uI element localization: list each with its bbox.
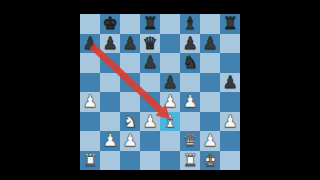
square-c3[interactable]: ♞ <box>120 112 140 132</box>
square-b4[interactable] <box>100 92 120 112</box>
black_pawn-d6: ♟ <box>140 53 160 73</box>
black_knight-f6: ♞ <box>180 53 200 73</box>
white_pawn-h3: ♟ <box>220 112 240 132</box>
black_queen-d7: ♛ <box>140 34 160 54</box>
square-c7[interactable]: ♟ <box>120 34 140 54</box>
square-h3[interactable]: ♟ <box>220 112 240 132</box>
white_rook-f1: ♜ <box>180 151 200 171</box>
square-e1[interactable] <box>160 151 180 171</box>
square-a2[interactable] <box>80 131 100 151</box>
square-g3[interactable] <box>200 112 220 132</box>
square-h6[interactable] <box>220 53 240 73</box>
black_pawn-e5: ♟ <box>160 73 180 93</box>
square-e6[interactable] <box>160 53 180 73</box>
square-e4[interactable]: ♟ <box>160 92 180 112</box>
square-a4[interactable]: ♟ <box>80 92 100 112</box>
square-e2[interactable] <box>160 131 180 151</box>
square-a7[interactable]: ♟ <box>80 34 100 54</box>
square-e5[interactable]: ♟ <box>160 73 180 93</box>
black_king-b8: ♚ <box>100 14 120 34</box>
square-d5[interactable] <box>140 73 160 93</box>
chess-board[interactable]: ♚♜♝♜♟♟♟♛♟♟♟♞♟♟♟♟♟♞♟♝♟♟♟♛♟♜♜♚ <box>80 14 240 170</box>
white_pawn-b2: ♟ <box>100 131 120 151</box>
square-b1[interactable] <box>100 151 120 171</box>
square-h7[interactable] <box>220 34 240 54</box>
white_queen-f2: ♛ <box>180 131 200 151</box>
square-b7[interactable]: ♟ <box>100 34 120 54</box>
square-d6[interactable]: ♟ <box>140 53 160 73</box>
square-f6[interactable]: ♞ <box>180 53 200 73</box>
white_king-g1: ♚ <box>200 151 220 171</box>
black_pawn-f7: ♟ <box>180 34 200 54</box>
white_pawn-e4: ♟ <box>160 92 180 112</box>
square-g8[interactable] <box>200 14 220 34</box>
square-b6[interactable] <box>100 53 120 73</box>
square-c4[interactable] <box>120 92 140 112</box>
square-c1[interactable] <box>120 151 140 171</box>
square-f2[interactable]: ♛ <box>180 131 200 151</box>
black_pawn-c7: ♟ <box>120 34 140 54</box>
square-g5[interactable] <box>200 73 220 93</box>
black_pawn-a7: ♟ <box>80 34 100 54</box>
square-d7[interactable]: ♛ <box>140 34 160 54</box>
white_pawn-c2: ♟ <box>120 131 140 151</box>
square-f7[interactable]: ♟ <box>180 34 200 54</box>
square-b2[interactable]: ♟ <box>100 131 120 151</box>
square-c6[interactable] <box>120 53 140 73</box>
video-frame: ♚♜♝♜♟♟♟♛♟♟♟♞♟♟♟♟♟♞♟♝♟♟♟♛♟♜♜♚ <box>0 0 320 180</box>
square-f8[interactable]: ♝ <box>180 14 200 34</box>
square-g4[interactable] <box>200 92 220 112</box>
square-c2[interactable]: ♟ <box>120 131 140 151</box>
square-d1[interactable] <box>140 151 160 171</box>
square-d2[interactable] <box>140 131 160 151</box>
white_knight-c3: ♞ <box>120 112 140 132</box>
square-h5[interactable]: ♟ <box>220 73 240 93</box>
square-g6[interactable] <box>200 53 220 73</box>
black_bishop-f8: ♝ <box>180 14 200 34</box>
square-f1[interactable]: ♜ <box>180 151 200 171</box>
square-g1[interactable]: ♚ <box>200 151 220 171</box>
square-g2[interactable]: ♟ <box>200 131 220 151</box>
square-e3[interactable]: ♝ <box>160 112 180 132</box>
square-d4[interactable] <box>140 92 160 112</box>
square-a5[interactable] <box>80 73 100 93</box>
square-h8[interactable]: ♜ <box>220 14 240 34</box>
square-d8[interactable]: ♜ <box>140 14 160 34</box>
square-h2[interactable] <box>220 131 240 151</box>
white_pawn-g2: ♟ <box>200 131 220 151</box>
square-g7[interactable]: ♟ <box>200 34 220 54</box>
square-b5[interactable] <box>100 73 120 93</box>
white_pawn-a4: ♟ <box>80 92 100 112</box>
white_pawn-d3: ♟ <box>140 112 160 132</box>
black_rook-d8: ♜ <box>140 14 160 34</box>
square-a3[interactable] <box>80 112 100 132</box>
square-a8[interactable] <box>80 14 100 34</box>
square-c8[interactable] <box>120 14 140 34</box>
white_pawn-f4: ♟ <box>180 92 200 112</box>
square-b8[interactable]: ♚ <box>100 14 120 34</box>
square-f4[interactable]: ♟ <box>180 92 200 112</box>
square-a1[interactable]: ♜ <box>80 151 100 171</box>
square-e7[interactable] <box>160 34 180 54</box>
black_pawn-h5: ♟ <box>220 73 240 93</box>
white_bishop-e3: ♝ <box>160 112 180 132</box>
white_rook-a1: ♜ <box>80 151 100 171</box>
square-b3[interactable] <box>100 112 120 132</box>
black_pawn-b7: ♟ <box>100 34 120 54</box>
square-a6[interactable] <box>80 53 100 73</box>
square-e8[interactable] <box>160 14 180 34</box>
black_rook-h8: ♜ <box>220 14 240 34</box>
square-f3[interactable] <box>180 112 200 132</box>
square-h4[interactable] <box>220 92 240 112</box>
black_pawn-g7: ♟ <box>200 34 220 54</box>
square-d3[interactable]: ♟ <box>140 112 160 132</box>
square-f5[interactable] <box>180 73 200 93</box>
square-c5[interactable] <box>120 73 140 93</box>
square-h1[interactable] <box>220 151 240 171</box>
